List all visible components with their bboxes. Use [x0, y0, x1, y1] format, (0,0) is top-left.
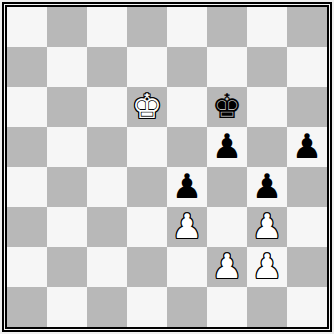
square-a5[interactable] — [7, 127, 47, 167]
piece-white-pawn-g2[interactable]: ♟ — [252, 249, 282, 283]
square-c6[interactable] — [87, 87, 127, 127]
square-c4[interactable] — [87, 167, 127, 207]
square-e6[interactable] — [167, 87, 207, 127]
square-e5[interactable] — [167, 127, 207, 167]
square-h1[interactable] — [287, 287, 327, 327]
square-g2[interactable]: ♟ — [247, 247, 287, 287]
square-d2[interactable] — [127, 247, 167, 287]
square-b1[interactable] — [47, 287, 87, 327]
square-g5[interactable] — [247, 127, 287, 167]
square-g1[interactable] — [247, 287, 287, 327]
square-h5[interactable]: ♟ — [287, 127, 327, 167]
square-h6[interactable] — [287, 87, 327, 127]
square-c2[interactable] — [87, 247, 127, 287]
board-frame: ♚♚♟♟♟♟♟♟♟♟ — [2, 2, 332, 332]
square-h8[interactable] — [287, 7, 327, 47]
square-f4[interactable] — [207, 167, 247, 207]
piece-black-king-f6[interactable]: ♚ — [212, 89, 242, 123]
square-a3[interactable] — [7, 207, 47, 247]
piece-white-king-d6[interactable]: ♚ — [132, 89, 162, 123]
piece-white-pawn-g3[interactable]: ♟ — [252, 209, 282, 243]
square-b8[interactable] — [47, 7, 87, 47]
square-d8[interactable] — [127, 7, 167, 47]
piece-black-pawn-g4[interactable]: ♟ — [252, 169, 282, 203]
square-a4[interactable] — [7, 167, 47, 207]
square-e4[interactable]: ♟ — [167, 167, 207, 207]
square-f6[interactable]: ♚ — [207, 87, 247, 127]
square-b2[interactable] — [47, 247, 87, 287]
square-b7[interactable] — [47, 47, 87, 87]
square-h7[interactable] — [287, 47, 327, 87]
square-f7[interactable] — [207, 47, 247, 87]
square-d4[interactable] — [127, 167, 167, 207]
piece-black-pawn-h5[interactable]: ♟ — [292, 129, 322, 163]
board-frame-inner: ♚♚♟♟♟♟♟♟♟♟ — [5, 5, 329, 329]
square-a2[interactable] — [7, 247, 47, 287]
square-d5[interactable] — [127, 127, 167, 167]
square-g3[interactable]: ♟ — [247, 207, 287, 247]
piece-white-pawn-f2[interactable]: ♟ — [212, 249, 242, 283]
square-e7[interactable] — [167, 47, 207, 87]
piece-black-pawn-f5[interactable]: ♟ — [212, 129, 242, 163]
square-h4[interactable] — [287, 167, 327, 207]
square-c1[interactable] — [87, 287, 127, 327]
square-e3[interactable]: ♟ — [167, 207, 207, 247]
square-g8[interactable] — [247, 7, 287, 47]
square-c7[interactable] — [87, 47, 127, 87]
square-b6[interactable] — [47, 87, 87, 127]
square-a1[interactable] — [7, 287, 47, 327]
square-a6[interactable] — [7, 87, 47, 127]
square-f1[interactable] — [207, 287, 247, 327]
square-g7[interactable] — [247, 47, 287, 87]
square-d7[interactable] — [127, 47, 167, 87]
square-h2[interactable] — [287, 247, 327, 287]
square-f3[interactable] — [207, 207, 247, 247]
square-f5[interactable]: ♟ — [207, 127, 247, 167]
square-d3[interactable] — [127, 207, 167, 247]
square-e2[interactable] — [167, 247, 207, 287]
square-g4[interactable]: ♟ — [247, 167, 287, 207]
square-c8[interactable] — [87, 7, 127, 47]
square-b4[interactable] — [47, 167, 87, 207]
square-b5[interactable] — [47, 127, 87, 167]
square-f2[interactable]: ♟ — [207, 247, 247, 287]
square-e8[interactable] — [167, 7, 207, 47]
piece-white-pawn-e3[interactable]: ♟ — [172, 209, 202, 243]
chess-diagram: { "game": "chess", "position": { "fen": … — [0, 0, 334, 334]
square-f8[interactable] — [207, 7, 247, 47]
chess-board: ♚♚♟♟♟♟♟♟♟♟ — [7, 7, 327, 327]
square-c5[interactable] — [87, 127, 127, 167]
square-b3[interactable] — [47, 207, 87, 247]
piece-black-pawn-e4[interactable]: ♟ — [172, 169, 202, 203]
square-g6[interactable] — [247, 87, 287, 127]
square-a8[interactable] — [7, 7, 47, 47]
square-d1[interactable] — [127, 287, 167, 327]
square-a7[interactable] — [7, 47, 47, 87]
square-e1[interactable] — [167, 287, 207, 327]
square-h3[interactable] — [287, 207, 327, 247]
square-d6[interactable]: ♚ — [127, 87, 167, 127]
square-c3[interactable] — [87, 207, 127, 247]
